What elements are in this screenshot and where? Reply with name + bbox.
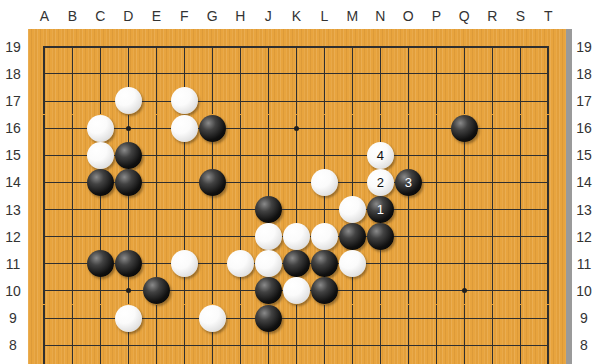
intersection-S11[interactable] (506, 250, 534, 277)
stone-black-M12 (339, 223, 366, 250)
row-label-right-13: 13 (576, 202, 592, 218)
col-label-P: P (432, 8, 441, 24)
intersection-Q19[interactable] (450, 33, 478, 60)
intersection-N17[interactable] (366, 87, 394, 114)
intersection-J18[interactable] (254, 60, 282, 87)
stone-white-L12 (311, 223, 338, 250)
intersection-H14[interactable] (226, 169, 254, 196)
intersection-G14[interactable] (198, 169, 226, 196)
intersection-O12[interactable] (394, 223, 422, 250)
intersection-T13[interactable] (534, 196, 562, 223)
intersection-K9[interactable] (282, 305, 310, 332)
intersection-T15[interactable] (534, 142, 562, 169)
row-label-right-16: 16 (576, 120, 592, 136)
intersection-K13[interactable] (282, 196, 310, 223)
row-label-right-19: 19 (576, 39, 592, 55)
intersection-B15[interactable] (58, 142, 86, 169)
row-label-right-11: 11 (577, 256, 592, 272)
intersection-R11[interactable] (478, 250, 506, 277)
intersection-G12[interactable] (198, 223, 226, 250)
intersection-P14[interactable] (422, 169, 450, 196)
intersection-M14[interactable] (338, 169, 366, 196)
row-label-right-14: 14 (576, 174, 592, 190)
intersection-F9[interactable] (170, 305, 198, 332)
intersection-D14[interactable] (114, 169, 142, 196)
intersection-B19[interactable] (58, 33, 86, 60)
intersection-N10[interactable] (366, 277, 394, 304)
intersection-C13[interactable] (86, 196, 114, 223)
intersection-T10[interactable] (534, 277, 562, 304)
intersection-K12[interactable] (282, 223, 310, 250)
intersection-L12[interactable] (310, 223, 338, 250)
intersection-J17[interactable] (254, 87, 282, 114)
row-label-right-18: 18 (576, 66, 592, 82)
intersection-R10[interactable] (478, 277, 506, 304)
stone-black-Q16 (451, 115, 478, 142)
intersection-M17[interactable] (338, 87, 366, 114)
intersection-N12[interactable] (366, 223, 394, 250)
intersection-S15[interactable] (506, 142, 534, 169)
intersection-G16[interactable] (198, 115, 226, 142)
row-label-left-9: 9 (9, 310, 17, 326)
intersection-D15[interactable] (114, 142, 142, 169)
intersection-P10[interactable] (422, 277, 450, 304)
intersection-E13[interactable] (142, 196, 170, 223)
intersection-S14[interactable] (506, 169, 534, 196)
intersection-P15[interactable] (422, 142, 450, 169)
intersection-N8[interactable] (366, 332, 394, 364)
go-board-diagram: 4231 ABCDEFGHJKLMNOPQRST 191817161514131… (0, 0, 600, 364)
stone-black-L10 (311, 277, 338, 304)
intersection-H19[interactable] (226, 33, 254, 60)
intersection-O9[interactable] (394, 305, 422, 332)
intersection-E12[interactable] (142, 223, 170, 250)
intersection-D18[interactable] (114, 60, 142, 87)
stone-white-N15: 4 (367, 142, 394, 169)
intersection-M10[interactable] (338, 277, 366, 304)
intersection-K10[interactable] (282, 277, 310, 304)
intersection-H13[interactable] (226, 196, 254, 223)
intersection-N9[interactable] (366, 305, 394, 332)
stone-white-J12 (255, 223, 282, 250)
col-label-S: S (516, 8, 525, 24)
intersection-L9[interactable] (310, 305, 338, 332)
intersection-G18[interactable] (198, 60, 226, 87)
intersection-R16[interactable] (478, 115, 506, 142)
intersection-Q13[interactable] (450, 196, 478, 223)
intersection-O8[interactable] (394, 332, 422, 364)
intersection-E15[interactable] (142, 142, 170, 169)
intersection-Q17[interactable] (450, 87, 478, 114)
intersection-G15[interactable] (198, 142, 226, 169)
intersection-Q8[interactable] (450, 332, 478, 364)
intersection-Q9[interactable] (450, 305, 478, 332)
row-label-left-16: 16 (5, 120, 21, 136)
intersection-N18[interactable] (366, 60, 394, 87)
intersection-G8[interactable] (198, 332, 226, 364)
stone-white-F16 (171, 115, 198, 142)
intersection-A15[interactable] (30, 142, 58, 169)
intersection-S18[interactable] (506, 60, 534, 87)
intersection-E9[interactable] (142, 305, 170, 332)
intersection-K17[interactable] (282, 87, 310, 114)
intersection-S17[interactable] (506, 87, 534, 114)
intersection-Q12[interactable] (450, 223, 478, 250)
intersection-C10[interactable] (86, 277, 114, 304)
intersection-A18[interactable] (30, 60, 58, 87)
intersection-R19[interactable] (478, 33, 506, 60)
intersection-J14[interactable] (254, 169, 282, 196)
intersection-T11[interactable] (534, 250, 562, 277)
intersection-J19[interactable] (254, 33, 282, 60)
intersection-E11[interactable] (142, 250, 170, 277)
intersection-B11[interactable] (58, 250, 86, 277)
intersection-T17[interactable] (534, 87, 562, 114)
intersection-Q14[interactable] (450, 169, 478, 196)
stone-white-C16 (87, 115, 114, 142)
stone-black-N13: 1 (367, 196, 394, 223)
col-label-L: L (320, 8, 328, 24)
col-label-R: R (487, 8, 497, 24)
stone-white-F11 (171, 250, 198, 277)
intersection-R13[interactable] (478, 196, 506, 223)
intersection-C9[interactable] (86, 305, 114, 332)
intersection-M16[interactable] (338, 115, 366, 142)
intersection-S19[interactable] (506, 33, 534, 60)
intersection-F16[interactable] (170, 115, 198, 142)
intersection-O10[interactable] (394, 277, 422, 304)
stone-black-E10 (143, 277, 170, 304)
stone-black-D15 (115, 142, 142, 169)
intersection-B18[interactable] (58, 60, 86, 87)
intersection-T16[interactable] (534, 115, 562, 142)
intersection-F11[interactable] (170, 250, 198, 277)
move-number-1: 1 (377, 203, 384, 216)
intersection-J9[interactable] (254, 305, 282, 332)
intersection-B14[interactable] (58, 169, 86, 196)
intersection-R14[interactable] (478, 169, 506, 196)
intersection-M11[interactable] (338, 250, 366, 277)
stone-white-L14 (311, 169, 338, 196)
intersection-L13[interactable] (310, 196, 338, 223)
intersection-P19[interactable] (422, 33, 450, 60)
intersection-B9[interactable] (58, 305, 86, 332)
intersection-O13[interactable] (394, 196, 422, 223)
intersection-J11[interactable] (254, 250, 282, 277)
stone-black-N12 (367, 223, 394, 250)
intersection-T8[interactable] (534, 332, 562, 364)
intersection-G13[interactable] (198, 196, 226, 223)
intersection-F14[interactable] (170, 169, 198, 196)
intersection-F18[interactable] (170, 60, 198, 87)
intersection-R18[interactable] (478, 60, 506, 87)
stone-black-J9 (255, 305, 282, 332)
intersection-K15[interactable] (282, 142, 310, 169)
intersection-C18[interactable] (86, 60, 114, 87)
intersection-G17[interactable] (198, 87, 226, 114)
intersection-P11[interactable] (422, 250, 450, 277)
intersection-J12[interactable] (254, 223, 282, 250)
intersection-D13[interactable] (114, 196, 142, 223)
intersection-B16[interactable] (58, 115, 86, 142)
intersection-T18[interactable] (534, 60, 562, 87)
star-point-Q10 (462, 288, 467, 293)
star-point-D10 (126, 288, 131, 293)
intersection-F8[interactable] (170, 332, 198, 364)
intersection-J10[interactable] (254, 277, 282, 304)
intersection-H8[interactable] (226, 332, 254, 364)
intersection-A9[interactable] (30, 305, 58, 332)
intersection-D16[interactable] (114, 115, 142, 142)
row-label-left-8: 8 (9, 337, 17, 353)
stone-black-D11 (115, 250, 142, 277)
intersection-M12[interactable] (338, 223, 366, 250)
intersection-J13[interactable] (254, 196, 282, 223)
col-label-G: G (207, 8, 218, 24)
stone-black-G16 (199, 115, 226, 142)
intersection-L11[interactable] (310, 250, 338, 277)
intersection-R9[interactable] (478, 305, 506, 332)
intersection-P8[interactable] (422, 332, 450, 364)
intersection-D11[interactable] (114, 250, 142, 277)
intersection-C19[interactable] (86, 33, 114, 60)
intersection-E8[interactable] (142, 332, 170, 364)
intersection-O14[interactable]: 3 (394, 169, 422, 196)
intersection-B10[interactable] (58, 277, 86, 304)
stone-white-C15 (87, 142, 114, 169)
col-label-C: C (95, 8, 105, 24)
intersection-F19[interactable] (170, 33, 198, 60)
row-label-right-17: 17 (576, 93, 592, 109)
intersection-M19[interactable] (338, 33, 366, 60)
col-label-H: H (235, 8, 245, 24)
intersection-N11[interactable] (366, 250, 394, 277)
intersection-S8[interactable] (506, 332, 534, 364)
intersection-K11[interactable] (282, 250, 310, 277)
stone-black-K11 (283, 250, 310, 277)
intersection-K16[interactable] (282, 115, 310, 142)
intersection-A14[interactable] (30, 169, 58, 196)
intersection-R15[interactable] (478, 142, 506, 169)
intersection-K14[interactable] (282, 169, 310, 196)
intersection-A11[interactable] (30, 250, 58, 277)
intersection-C12[interactable] (86, 223, 114, 250)
stone-white-D17 (115, 87, 142, 114)
intersection-B13[interactable] (58, 196, 86, 223)
intersection-P12[interactable] (422, 223, 450, 250)
intersection-S12[interactable] (506, 223, 534, 250)
intersection-Q16[interactable] (450, 115, 478, 142)
intersection-H15[interactable] (226, 142, 254, 169)
intersection-E10[interactable] (142, 277, 170, 304)
intersection-R12[interactable] (478, 223, 506, 250)
board-edge-shadow (566, 29, 572, 364)
move-number-2: 2 (377, 176, 384, 189)
stone-white-M13 (339, 196, 366, 223)
intersection-H11[interactable] (226, 250, 254, 277)
intersection-A8[interactable] (30, 332, 58, 364)
intersection-C17[interactable] (86, 87, 114, 114)
intersection-T12[interactable] (534, 223, 562, 250)
col-label-T: T (544, 8, 553, 24)
intersection-R8[interactable] (478, 332, 506, 364)
intersection-L10[interactable] (310, 277, 338, 304)
intersection-L17[interactable] (310, 87, 338, 114)
intersection-M8[interactable] (338, 332, 366, 364)
intersection-B12[interactable] (58, 223, 86, 250)
intersection-Q18[interactable] (450, 60, 478, 87)
intersection-C15[interactable] (86, 142, 114, 169)
row-label-right-9: 9 (580, 310, 588, 326)
intersection-J15[interactable] (254, 142, 282, 169)
intersection-L19[interactable] (310, 33, 338, 60)
intersection-J16[interactable] (254, 115, 282, 142)
intersection-F15[interactable] (170, 142, 198, 169)
row-label-left-12: 12 (5, 229, 21, 245)
row-label-left-17: 17 (5, 93, 21, 109)
star-point-D16 (126, 126, 131, 131)
intersection-D17[interactable] (114, 87, 142, 114)
intersection-O17[interactable] (394, 87, 422, 114)
intersection-G19[interactable] (198, 33, 226, 60)
row-label-left-11: 11 (6, 256, 21, 272)
intersection-D9[interactable] (114, 305, 142, 332)
intersection-L15[interactable] (310, 142, 338, 169)
intersection-A16[interactable] (30, 115, 58, 142)
intersection-F17[interactable] (170, 87, 198, 114)
col-label-J: J (265, 8, 272, 24)
intersection-H12[interactable] (226, 223, 254, 250)
intersection-F12[interactable] (170, 223, 198, 250)
intersection-E14[interactable] (142, 169, 170, 196)
row-label-left-10: 10 (5, 283, 21, 299)
intersection-L18[interactable] (310, 60, 338, 87)
intersection-T14[interactable] (534, 169, 562, 196)
intersection-O16[interactable] (394, 115, 422, 142)
intersection-S13[interactable] (506, 196, 534, 223)
intersection-D8[interactable] (114, 332, 142, 364)
col-label-A: A (40, 8, 49, 24)
intersection-L16[interactable] (310, 115, 338, 142)
intersection-G9[interactable] (198, 305, 226, 332)
intersection-N16[interactable] (366, 115, 394, 142)
col-label-D: D (123, 8, 133, 24)
intersection-N19[interactable] (366, 33, 394, 60)
stone-black-J10 (255, 277, 282, 304)
intersection-A10[interactable] (30, 277, 58, 304)
intersection-T19[interactable] (534, 33, 562, 60)
intersection-T9[interactable] (534, 305, 562, 332)
intersection-E17[interactable] (142, 87, 170, 114)
col-label-O: O (403, 8, 414, 24)
intersection-J8[interactable] (254, 332, 282, 364)
intersection-P17[interactable] (422, 87, 450, 114)
stone-black-D14 (115, 169, 142, 196)
intersection-C11[interactable] (86, 250, 114, 277)
intersection-Q15[interactable] (450, 142, 478, 169)
intersection-C8[interactable] (86, 332, 114, 364)
intersection-G10[interactable] (198, 277, 226, 304)
intersection-F10[interactable] (170, 277, 198, 304)
intersection-E18[interactable] (142, 60, 170, 87)
intersection-Q10[interactable] (450, 277, 478, 304)
intersection-M9[interactable] (338, 305, 366, 332)
intersection-O18[interactable] (394, 60, 422, 87)
stone-white-K10 (283, 277, 310, 304)
intersection-N15[interactable]: 4 (366, 142, 394, 169)
intersection-A17[interactable] (30, 87, 58, 114)
intersection-B17[interactable] (58, 87, 86, 114)
intersection-N14[interactable]: 2 (366, 169, 394, 196)
stone-white-M11 (339, 250, 366, 277)
intersection-P13[interactable] (422, 196, 450, 223)
intersection-O11[interactable] (394, 250, 422, 277)
intersection-P16[interactable] (422, 115, 450, 142)
intersection-Q11[interactable] (450, 250, 478, 277)
intersection-A13[interactable] (30, 196, 58, 223)
intersection-H17[interactable] (226, 87, 254, 114)
intersection-K19[interactable] (282, 33, 310, 60)
stone-white-G9 (199, 305, 226, 332)
intersection-H16[interactable] (226, 115, 254, 142)
stone-white-N14: 2 (367, 169, 394, 196)
row-label-left-15: 15 (5, 147, 21, 163)
go-board[interactable]: 4231 (28, 29, 566, 364)
intersection-P9[interactable] (422, 305, 450, 332)
intersection-G11[interactable] (198, 250, 226, 277)
row-label-right-8: 8 (580, 337, 588, 353)
col-label-N: N (375, 8, 385, 24)
intersection-S10[interactable] (506, 277, 534, 304)
intersection-O19[interactable] (394, 33, 422, 60)
intersection-F13[interactable] (170, 196, 198, 223)
intersection-S9[interactable] (506, 305, 534, 332)
intersection-D19[interactable] (114, 33, 142, 60)
row-label-right-15: 15 (576, 147, 592, 163)
intersection-D12[interactable] (114, 223, 142, 250)
intersection-B8[interactable] (58, 332, 86, 364)
intersection-L8[interactable] (310, 332, 338, 364)
intersection-H9[interactable] (226, 305, 254, 332)
intersection-M18[interactable] (338, 60, 366, 87)
intersection-K18[interactable] (282, 60, 310, 87)
intersection-E19[interactable] (142, 33, 170, 60)
stone-white-J11 (255, 250, 282, 277)
intersection-P18[interactable] (422, 60, 450, 87)
intersection-L14[interactable] (310, 169, 338, 196)
intersection-M15[interactable] (338, 142, 366, 169)
intersection-D10[interactable] (114, 277, 142, 304)
intersection-E16[interactable] (142, 115, 170, 142)
intersection-H10[interactable] (226, 277, 254, 304)
move-number-4: 4 (377, 149, 384, 162)
intersection-R17[interactable] (478, 87, 506, 114)
intersection-C14[interactable] (86, 169, 114, 196)
col-label-E: E (152, 8, 161, 24)
intersection-O15[interactable] (394, 142, 422, 169)
intersection-H18[interactable] (226, 60, 254, 87)
intersection-C16[interactable] (86, 115, 114, 142)
row-label-right-12: 12 (576, 229, 592, 245)
row-label-left-19: 19 (5, 39, 21, 55)
intersection-K8[interactable] (282, 332, 310, 364)
intersection-S16[interactable] (506, 115, 534, 142)
col-label-F: F (180, 8, 189, 24)
intersection-A19[interactable] (30, 33, 58, 60)
intersection-N13[interactable]: 1 (366, 196, 394, 223)
intersection-A12[interactable] (30, 223, 58, 250)
intersection-M13[interactable] (338, 196, 366, 223)
